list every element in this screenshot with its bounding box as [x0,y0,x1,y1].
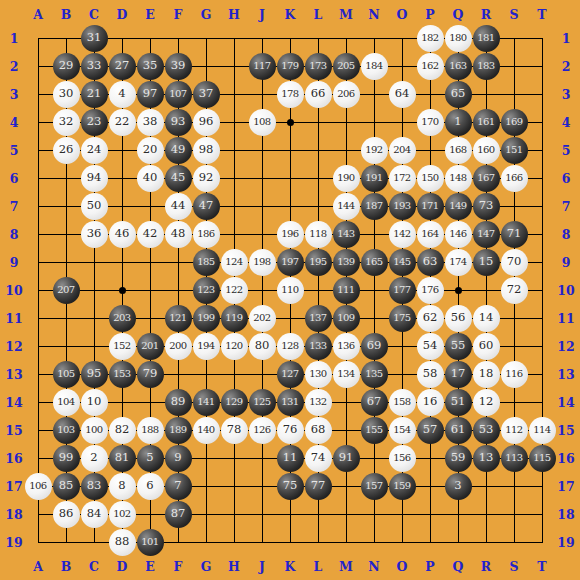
move-number: 125 [253,397,270,407]
intersection-G18 [192,500,220,528]
white-stone-move-36: 36 [81,221,108,248]
intersection-G7: 47 [192,192,220,220]
intersection-H1 [220,24,248,52]
intersection-P18 [416,500,444,528]
intersection-M17 [332,472,360,500]
intersection-A8 [24,220,52,248]
black-stone-move-181: 181 [473,25,500,52]
move-number: 74 [311,452,326,464]
intersection-G6: 92 [192,164,220,192]
intersection-T19 [528,528,556,556]
intersection-L13: 130 [304,360,332,388]
move-number: 29 [59,60,74,72]
coordinate-label-6-right: 6 [552,164,580,192]
intersection-H4 [220,108,248,136]
intersection-M16: 91 [332,444,360,472]
black-stone-move-155: 155 [361,417,388,444]
move-number: 102 [113,509,130,519]
move-number: 40 [143,172,158,184]
white-stone-move-186: 186 [193,221,220,248]
intersection-J11: 202 [248,304,276,332]
intersection-O4 [388,108,416,136]
intersection-N4 [360,108,388,136]
black-stone-move-119: 119 [221,305,248,332]
black-stone-move-101: 101 [137,529,164,556]
bottom-coordinate-labels: ABCDEFGHJKLMNOPQRST [24,552,556,580]
move-number: 12 [479,396,494,408]
intersection-B18: 86 [52,500,80,528]
intersection-O8: 142 [388,220,416,248]
intersection-N7: 187 [360,192,388,220]
intersection-P1: 182 [416,24,444,52]
intersection-N1 [360,24,388,52]
move-number: 61 [451,424,466,436]
move-number: 142 [393,229,410,239]
intersection-S18 [500,500,528,528]
coordinate-label-5-right: 5 [552,136,580,164]
white-stone-move-130: 130 [305,361,332,388]
move-number: 174 [449,257,466,267]
intersection-H11: 119 [220,304,248,332]
intersection-Q19 [444,528,472,556]
black-stone-move-35: 35 [137,53,164,80]
move-number: 203 [113,313,130,323]
intersection-R3 [472,80,500,108]
intersection-T4 [528,108,556,136]
move-number: 93 [171,116,186,128]
move-number: 48 [171,228,186,240]
black-stone-move-105: 105 [53,361,80,388]
intersection-A2 [24,52,52,80]
coordinate-label-H-bottom: H [220,552,248,580]
intersection-L7 [304,192,332,220]
coordinate-label-K-bottom: K [276,552,304,580]
intersection-F4: 93 [164,108,192,136]
intersection-K18 [276,500,304,528]
black-stone-move-63: 63 [417,249,444,276]
move-number: 9 [174,452,181,464]
intersection-F14: 89 [164,388,192,416]
white-stone-move-164: 164 [417,221,444,248]
intersection-S1 [500,24,528,52]
intersection-O9: 145 [388,248,416,276]
move-number: 135 [365,369,382,379]
intersection-F13 [164,360,192,388]
intersection-R18 [472,500,500,528]
intersection-B5: 26 [52,136,80,164]
intersection-R4: 161 [472,108,500,136]
intersection-F3: 107 [164,80,192,108]
black-stone-move-59: 59 [445,445,472,472]
move-number: 177 [393,285,410,295]
move-number: 88 [115,536,130,548]
intersection-D9 [108,248,136,276]
black-stone-move-57: 57 [417,417,444,444]
black-stone-move-75: 75 [277,473,304,500]
white-stone-move-60: 60 [473,333,500,360]
intersection-Q18 [444,500,472,528]
intersection-F16: 9 [164,444,192,472]
white-stone-move-72: 72 [501,277,528,304]
move-number: 91 [339,452,354,464]
intersection-E7 [136,192,164,220]
move-number: 20 [143,144,158,156]
coordinate-label-T-bottom: T [528,552,556,580]
white-stone-move-64: 64 [389,81,416,108]
intersection-J9: 198 [248,248,276,276]
intersection-T2 [528,52,556,80]
black-stone-move-47: 47 [193,193,220,220]
intersection-D10 [108,276,136,304]
intersection-S8: 71 [500,220,528,248]
move-number: 38 [143,116,158,128]
move-number: 120 [225,341,242,351]
intersection-K12: 128 [276,332,304,360]
intersection-D16: 81 [108,444,136,472]
coordinate-label-2-right: 2 [552,52,580,80]
intersection-O10: 177 [388,276,416,304]
black-stone-move-127: 127 [277,361,304,388]
move-number: 164 [421,229,438,239]
coordinate-label-B-bottom: B [52,552,80,580]
move-number: 113 [505,453,522,463]
white-stone-move-68: 68 [305,417,332,444]
intersection-S16: 113 [500,444,528,472]
white-stone-move-110: 110 [277,277,304,304]
intersection-B9 [52,248,80,276]
intersection-C6: 94 [80,164,108,192]
intersection-F17: 7 [164,472,192,500]
black-stone-move-183: 183 [473,53,500,80]
intersection-D6 [108,164,136,192]
move-number: 44 [171,200,186,212]
move-number: 100 [85,425,102,435]
intersection-N3 [360,80,388,108]
intersection-F5: 49 [164,136,192,164]
black-stone-move-139: 139 [333,249,360,276]
coordinate-label-J-bottom: J [248,552,276,580]
intersection-J18 [248,500,276,528]
black-stone-move-189: 189 [165,417,192,444]
coordinate-label-P-bottom: P [416,552,444,580]
intersection-F12: 200 [164,332,192,360]
black-stone-move-125: 125 [249,389,276,416]
intersection-Q8: 146 [444,220,472,248]
black-stone-move-99: 99 [53,445,80,472]
coordinate-label-13-right: 13 [552,360,580,388]
black-stone-move-77: 77 [305,473,332,500]
intersection-T18 [528,500,556,528]
white-stone-move-202: 202 [249,305,276,332]
intersection-R10 [472,276,500,304]
coordinate-label-A-bottom: A [24,552,52,580]
intersection-L19 [304,528,332,556]
move-number: 67 [367,396,382,408]
white-stone-move-84: 84 [81,501,108,528]
intersection-T14 [528,388,556,416]
black-stone-move-179: 179 [277,53,304,80]
move-number: 168 [449,145,466,155]
black-stone-move-199: 199 [193,305,220,332]
black-stone-move-23: 23 [81,109,108,136]
intersection-B3: 30 [52,80,80,108]
black-stone-move-79: 79 [137,361,164,388]
intersection-D7 [108,192,136,220]
intersection-F11: 121 [164,304,192,332]
move-number: 190 [337,173,354,183]
intersection-O12 [388,332,416,360]
black-stone-move-193: 193 [389,193,416,220]
move-number: 99 [59,452,74,464]
black-stone-move-51: 51 [445,389,472,416]
intersection-R7: 73 [472,192,500,220]
coordinate-label-14-right: 14 [552,388,580,416]
intersection-E3: 97 [136,80,164,108]
move-number: 85 [59,480,74,492]
black-stone-move-73: 73 [473,193,500,220]
intersection-H13 [220,360,248,388]
intersection-O19 [388,528,416,556]
intersection-E10 [136,276,164,304]
intersection-G4: 96 [192,108,220,136]
white-stone-move-122: 122 [221,277,248,304]
move-number: 96 [199,116,214,128]
black-stone-move-147: 147 [473,221,500,248]
intersection-P10: 176 [416,276,444,304]
intersection-M2: 205 [332,52,360,80]
move-number: 50 [87,200,102,212]
black-stone-move-115: 115 [529,445,556,472]
intersection-Q13: 17 [444,360,472,388]
coordinate-label-G-bottom: G [192,552,220,580]
move-number: 14 [479,312,494,324]
move-number: 149 [449,201,466,211]
intersection-T16: 115 [528,444,556,472]
move-number: 24 [87,144,102,156]
intersection-A14 [24,388,52,416]
intersection-K9: 197 [276,248,304,276]
intersection-H6 [220,164,248,192]
move-number: 157 [365,481,382,491]
white-stone-move-14: 14 [473,305,500,332]
coordinate-label-16-right: 16 [552,444,580,472]
move-number: 162 [421,61,438,71]
intersection-R17 [472,472,500,500]
intersection-D12: 152 [108,332,136,360]
intersection-O14: 158 [388,388,416,416]
intersection-S15: 112 [500,416,528,444]
coordinate-label-10-right: 10 [552,276,580,304]
black-stone-move-123: 123 [193,277,220,304]
intersection-H9: 124 [220,248,248,276]
move-number: 109 [337,313,354,323]
intersection-A7 [24,192,52,220]
black-stone-move-13: 13 [473,445,500,472]
white-stone-move-8: 8 [109,473,136,500]
intersection-P9: 63 [416,248,444,276]
move-number: 160 [477,145,494,155]
intersection-K17: 75 [276,472,304,500]
intersection-S10: 72 [500,276,528,304]
move-number: 76 [283,424,298,436]
white-stone-move-12: 12 [473,389,500,416]
move-number: 124 [225,257,242,267]
intersection-L15: 68 [304,416,332,444]
coordinate-label-19-right: 19 [552,528,580,556]
intersection-M12: 136 [332,332,360,360]
white-stone-move-194: 194 [193,333,220,360]
intersection-D8: 46 [108,220,136,248]
intersection-E12: 201 [136,332,164,360]
intersection-F15: 189 [164,416,192,444]
move-number: 108 [253,117,270,127]
intersection-T17 [528,472,556,500]
intersection-S7 [500,192,528,220]
move-number: 112 [505,425,522,435]
intersection-G12: 194 [192,332,220,360]
intersection-E6: 40 [136,164,164,192]
intersection-S14 [500,388,528,416]
intersection-B8 [52,220,80,248]
move-number: 183 [477,61,494,71]
intersection-P8: 164 [416,220,444,248]
black-stone-move-29: 29 [53,53,80,80]
intersection-J12: 80 [248,332,276,360]
move-number: 179 [281,61,298,71]
move-number: 206 [337,89,354,99]
intersection-D17: 8 [108,472,136,500]
black-stone-move-135: 135 [361,361,388,388]
black-stone-move-145: 145 [389,249,416,276]
white-stone-move-80: 80 [249,333,276,360]
intersection-G8: 186 [192,220,220,248]
white-stone-move-32: 32 [53,109,80,136]
intersection-S4: 169 [500,108,528,136]
intersection-R6: 167 [472,164,500,192]
white-stone-move-114: 114 [529,417,556,444]
move-number: 104 [57,397,74,407]
intersection-C1: 31 [80,24,108,52]
move-number: 66 [311,88,326,100]
move-number: 51 [451,396,466,408]
white-stone-move-46: 46 [109,221,136,248]
move-number: 7 [174,480,181,492]
white-stone-move-136: 136 [333,333,360,360]
intersection-C2: 33 [80,52,108,80]
intersection-L2: 173 [304,52,332,80]
intersection-G10: 123 [192,276,220,304]
intersection-S19 [500,528,528,556]
white-stone-move-148: 148 [445,165,472,192]
intersection-N12: 69 [360,332,388,360]
move-number: 68 [311,424,326,436]
move-number: 189 [169,425,186,435]
intersection-L3: 66 [304,80,332,108]
move-number: 184 [365,61,382,71]
intersection-R15: 53 [472,416,500,444]
intersection-D15: 82 [108,416,136,444]
intersection-N9: 165 [360,248,388,276]
intersection-Q17: 3 [444,472,472,500]
intersection-G19 [192,528,220,556]
intersection-A16 [24,444,52,472]
intersection-A12 [24,332,52,360]
intersection-N15: 155 [360,416,388,444]
black-stone-move-95: 95 [81,361,108,388]
intersection-N19 [360,528,388,556]
intersection-P19 [416,528,444,556]
white-stone-move-182: 182 [417,25,444,52]
intersection-J13 [248,360,276,388]
move-number: 106 [29,481,46,491]
white-stone-move-156: 156 [389,445,416,472]
move-number: 73 [479,200,494,212]
intersection-H12: 120 [220,332,248,360]
intersection-E5: 20 [136,136,164,164]
move-number: 18 [479,368,494,380]
intersection-M1 [332,24,360,52]
intersection-G3: 37 [192,80,220,108]
intersection-B1 [52,24,80,52]
intersection-N8 [360,220,388,248]
coordinate-label-15-right: 15 [552,416,580,444]
intersection-R19 [472,528,500,556]
intersection-H3 [220,80,248,108]
intersection-R1: 181 [472,24,500,52]
black-stone-move-97: 97 [137,81,164,108]
white-stone-move-144: 144 [333,193,360,220]
intersection-L9: 195 [304,248,332,276]
intersection-M4 [332,108,360,136]
intersection-L16: 74 [304,444,332,472]
intersection-B19 [52,528,80,556]
intersection-M13: 134 [332,360,360,388]
move-number: 23 [87,116,102,128]
move-number: 140 [197,425,214,435]
intersection-B12 [52,332,80,360]
move-number: 172 [393,173,410,183]
black-stone-move-129: 129 [221,389,248,416]
black-stone-move-203: 203 [109,305,136,332]
white-stone-move-132: 132 [305,389,332,416]
coordinate-label-E-bottom: E [136,552,164,580]
intersection-A3 [24,80,52,108]
coordinate-label-C-bottom: C [80,552,108,580]
move-number: 6 [146,480,153,492]
white-stone-move-206: 206 [333,81,360,108]
black-stone-move-137: 137 [305,305,332,332]
intersection-O2 [388,52,416,80]
move-number: 15 [479,256,494,268]
black-stone-move-165: 165 [361,249,388,276]
intersection-B10: 207 [52,276,80,304]
intersection-P12: 54 [416,332,444,360]
move-number: 117 [253,61,270,71]
intersection-P4: 170 [416,108,444,136]
move-number: 192 [365,145,382,155]
move-number: 55 [451,340,466,352]
black-stone-move-49: 49 [165,137,192,164]
intersection-M6: 190 [332,164,360,192]
intersection-O15: 154 [388,416,416,444]
intersection-Q9: 174 [444,248,472,276]
intersection-F9 [164,248,192,276]
intersection-A4 [24,108,52,136]
intersection-C17: 83 [80,472,108,500]
intersection-D3: 4 [108,80,136,108]
intersection-B15: 103 [52,416,80,444]
intersection-P16 [416,444,444,472]
